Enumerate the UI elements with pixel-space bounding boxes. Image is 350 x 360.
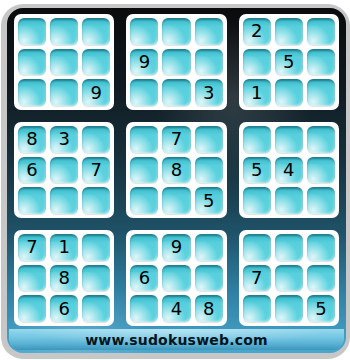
- sudoku-cell-r6c8[interactable]: [275, 187, 303, 214]
- sudoku-cell-r7c7[interactable]: [243, 234, 271, 261]
- sudoku-cell-r2c2[interactable]: [50, 49, 78, 76]
- sudoku-cell-r9c9[interactable]: 5: [307, 295, 335, 322]
- sudoku-grid: 9932518367785547186964875: [14, 14, 339, 326]
- sudoku-cell-r1c4[interactable]: [130, 18, 158, 45]
- sudoku-cell-r5c6[interactable]: [195, 157, 223, 184]
- sudoku-cell-r2c7[interactable]: [243, 49, 271, 76]
- board-frame: 9932518367785547186964875 www.sudokusweb…: [7, 8, 346, 353]
- sudoku-cell-r9c8[interactable]: [275, 295, 303, 322]
- sudoku-cell-r7c1[interactable]: 7: [18, 234, 46, 261]
- sudoku-cell-r7c3[interactable]: [82, 234, 110, 261]
- sudoku-cell-r9c1[interactable]: [18, 295, 46, 322]
- sudoku-cell-r8c7[interactable]: 7: [243, 265, 271, 292]
- sudoku-cell-r5c1[interactable]: 6: [18, 157, 46, 184]
- footer-bar: www.sudokusweb.com: [9, 329, 344, 350]
- sudoku-cell-r3c1[interactable]: [18, 79, 46, 106]
- sudoku-cell-r6c5[interactable]: [162, 187, 190, 214]
- sudoku-cell-r9c3[interactable]: [82, 295, 110, 322]
- sudoku-box: 785: [126, 122, 226, 218]
- sudoku-box: 7186: [14, 230, 114, 326]
- sudoku-box: 54: [239, 122, 339, 218]
- sudoku-box: 8367: [14, 122, 114, 218]
- sudoku-cell-r2c3[interactable]: [82, 49, 110, 76]
- sudoku-cell-r7c8[interactable]: [275, 234, 303, 261]
- sudoku-cell-r4c9[interactable]: [307, 126, 335, 153]
- sudoku-cell-r6c4[interactable]: [130, 187, 158, 214]
- sudoku-cell-r6c7[interactable]: [243, 187, 271, 214]
- sudoku-cell-r7c6[interactable]: [195, 234, 223, 261]
- sudoku-cell-r8c6[interactable]: [195, 265, 223, 292]
- sudoku-cell-r5c2[interactable]: [50, 157, 78, 184]
- sudoku-cell-r6c2[interactable]: [50, 187, 78, 214]
- sudoku-cell-r8c8[interactable]: [275, 265, 303, 292]
- sudoku-cell-r3c2[interactable]: [50, 79, 78, 106]
- sudoku-cell-r1c7[interactable]: 2: [243, 18, 271, 45]
- sudoku-cell-r8c4[interactable]: 6: [130, 265, 158, 292]
- sudoku-cell-r2c9[interactable]: [307, 49, 335, 76]
- sudoku-cell-r1c5[interactable]: [162, 18, 190, 45]
- sudoku-cell-r4c6[interactable]: [195, 126, 223, 153]
- sudoku-cell-r3c6[interactable]: 3: [195, 79, 223, 106]
- sudoku-box: 75: [239, 230, 339, 326]
- sudoku-cell-r1c2[interactable]: [50, 18, 78, 45]
- sudoku-cell-r1c9[interactable]: [307, 18, 335, 45]
- sudoku-cell-r4c1[interactable]: 8: [18, 126, 46, 153]
- sudoku-box: 9648: [126, 230, 226, 326]
- sudoku-cell-r8c1[interactable]: [18, 265, 46, 292]
- site-url: www.sudokusweb.com: [85, 332, 268, 348]
- sudoku-cell-r4c7[interactable]: [243, 126, 271, 153]
- sudoku-cell-r8c9[interactable]: [307, 265, 335, 292]
- sudoku-cell-r2c4[interactable]: 9: [130, 49, 158, 76]
- sudoku-cell-r3c4[interactable]: [130, 79, 158, 106]
- sudoku-cell-r1c1[interactable]: [18, 18, 46, 45]
- sudoku-cell-r3c3[interactable]: 9: [82, 79, 110, 106]
- sudoku-cell-r7c5[interactable]: 9: [162, 234, 190, 261]
- sudoku-cell-r3c9[interactable]: [307, 79, 335, 106]
- sudoku-cell-r1c8[interactable]: [275, 18, 303, 45]
- sudoku-cell-r2c1[interactable]: [18, 49, 46, 76]
- sudoku-cell-r9c5[interactable]: 4: [162, 295, 190, 322]
- sudoku-cell-r4c4[interactable]: [130, 126, 158, 153]
- sudoku-cell-r9c2[interactable]: 6: [50, 295, 78, 322]
- sudoku-cell-r5c9[interactable]: [307, 157, 335, 184]
- sudoku-cell-r8c3[interactable]: [82, 265, 110, 292]
- sudoku-cell-r5c7[interactable]: 5: [243, 157, 271, 184]
- sudoku-cell-r4c8[interactable]: [275, 126, 303, 153]
- sudoku-cell-r7c9[interactable]: [307, 234, 335, 261]
- sudoku-cell-r1c6[interactable]: [195, 18, 223, 45]
- sudoku-box: 93: [126, 14, 226, 110]
- sudoku-cell-r8c5[interactable]: [162, 265, 190, 292]
- sudoku-cell-r7c4[interactable]: [130, 234, 158, 261]
- sudoku-cell-r7c2[interactable]: 1: [50, 234, 78, 261]
- sudoku-cell-r6c3[interactable]: [82, 187, 110, 214]
- sudoku-cell-r1c3[interactable]: [82, 18, 110, 45]
- sudoku-cell-r2c6[interactable]: [195, 49, 223, 76]
- sudoku-cell-r6c6[interactable]: 5: [195, 187, 223, 214]
- sudoku-cell-r2c5[interactable]: [162, 49, 190, 76]
- sudoku-cell-r5c5[interactable]: 8: [162, 157, 190, 184]
- sudoku-cell-r9c4[interactable]: [130, 295, 158, 322]
- sudoku-box: 251: [239, 14, 339, 110]
- sudoku-cell-r9c7[interactable]: [243, 295, 271, 322]
- sudoku-box: 9: [14, 14, 114, 110]
- sudoku-cell-r5c8[interactable]: 4: [275, 157, 303, 184]
- sudoku-cell-r2c8[interactable]: 5: [275, 49, 303, 76]
- sudoku-board: 9932518367785547186964875 www.sudokusweb…: [0, 0, 350, 360]
- sudoku-cell-r4c3[interactable]: [82, 126, 110, 153]
- sudoku-cell-r3c7[interactable]: 1: [243, 79, 271, 106]
- sudoku-cell-r9c6[interactable]: 8: [195, 295, 223, 322]
- sudoku-cell-r4c2[interactable]: 3: [50, 126, 78, 153]
- sudoku-cell-r6c1[interactable]: [18, 187, 46, 214]
- sudoku-cell-r6c9[interactable]: [307, 187, 335, 214]
- sudoku-cell-r5c3[interactable]: 7: [82, 157, 110, 184]
- sudoku-cell-r3c5[interactable]: [162, 79, 190, 106]
- sudoku-cell-r4c5[interactable]: 7: [162, 126, 190, 153]
- sudoku-cell-r5c4[interactable]: [130, 157, 158, 184]
- sudoku-cell-r8c2[interactable]: 8: [50, 265, 78, 292]
- sudoku-cell-r3c8[interactable]: [275, 79, 303, 106]
